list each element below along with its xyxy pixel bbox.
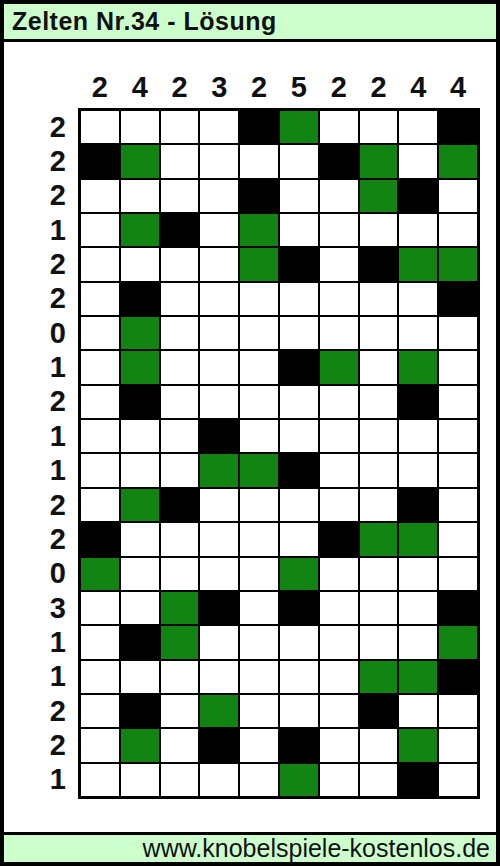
cell-r10c1-empty xyxy=(80,419,120,453)
cell-r14c10-empty xyxy=(438,557,478,591)
cell-r15c3-tree xyxy=(160,591,200,625)
row-clue-17: 1 xyxy=(22,660,66,694)
cell-r19c1-empty xyxy=(80,728,120,762)
footer-bar: www.knobelspiele-kostenlos.de xyxy=(4,832,496,862)
row-clue-18: 2 xyxy=(22,694,66,728)
cell-r11c10-empty xyxy=(438,453,478,487)
page-title: Zelten Nr.34 - Lösung xyxy=(12,7,277,36)
cell-r14c7-empty xyxy=(319,557,359,591)
col-clue-5: 2 xyxy=(239,68,279,106)
cell-r15c2-empty xyxy=(120,591,160,625)
cell-r14c3-empty xyxy=(160,557,200,591)
cell-r7c3-empty xyxy=(160,316,200,350)
cell-r11c4-tree xyxy=(199,453,239,487)
row-clue-11: 1 xyxy=(22,453,66,487)
cell-r4c10-empty xyxy=(438,213,478,247)
cell-r8c2-tree xyxy=(120,350,160,384)
cell-r19c7-empty xyxy=(319,728,359,762)
cell-r15c6-tent xyxy=(279,591,319,625)
cell-r6c7-empty xyxy=(319,282,359,316)
row-clue-9: 2 xyxy=(22,385,66,419)
cell-r1c7-empty xyxy=(319,110,359,144)
cell-r3c3-empty xyxy=(160,179,200,213)
cell-r4c7-empty xyxy=(319,213,359,247)
cell-r13c7-tent xyxy=(319,522,359,556)
cell-r4c8-empty xyxy=(359,213,399,247)
col-clue-9: 4 xyxy=(398,68,438,106)
row-clue-19: 2 xyxy=(22,728,66,762)
col-clue-1: 2 xyxy=(80,68,120,106)
cell-r11c9-empty xyxy=(398,453,438,487)
cell-r4c9-empty xyxy=(398,213,438,247)
cell-r6c1-empty xyxy=(80,282,120,316)
cell-r2c9-empty xyxy=(398,144,438,178)
cell-r1c6-tree xyxy=(279,110,319,144)
cell-r19c3-empty xyxy=(160,728,200,762)
tents-board xyxy=(78,108,480,799)
cell-r19c4-tent xyxy=(199,728,239,762)
cell-r4c5-tree xyxy=(239,213,279,247)
cell-r10c9-empty xyxy=(398,419,438,453)
cell-r10c6-empty xyxy=(279,419,319,453)
cell-r18c4-tree xyxy=(199,694,239,728)
cell-r13c3-empty xyxy=(160,522,200,556)
cell-r20c7-empty xyxy=(319,763,359,797)
cell-r14c5-empty xyxy=(239,557,279,591)
cell-r13c9-tree xyxy=(398,522,438,556)
cell-r14c9-empty xyxy=(398,557,438,591)
cell-r5c1-empty xyxy=(80,247,120,281)
cell-r7c10-empty xyxy=(438,316,478,350)
cell-r8c1-empty xyxy=(80,350,120,384)
cell-r16c7-empty xyxy=(319,625,359,659)
col-clue-8: 2 xyxy=(359,68,399,106)
cell-r6c9-empty xyxy=(398,282,438,316)
cell-r18c5-empty xyxy=(239,694,279,728)
cell-r9c3-empty xyxy=(160,385,200,419)
col-clue-3: 2 xyxy=(160,68,200,106)
cell-r9c2-tent xyxy=(120,385,160,419)
cell-r16c2-tent xyxy=(120,625,160,659)
cell-r11c1-empty xyxy=(80,453,120,487)
cell-r19c6-tent xyxy=(279,728,319,762)
cell-r15c5-empty xyxy=(239,591,279,625)
cell-r11c6-tent xyxy=(279,453,319,487)
cell-r16c6-empty xyxy=(279,625,319,659)
cell-r8c3-empty xyxy=(160,350,200,384)
cell-r13c6-empty xyxy=(279,522,319,556)
website-url: www.knobelspiele-kostenlos.de xyxy=(143,834,490,863)
cell-r7c7-empty xyxy=(319,316,359,350)
cell-r5c9-tree xyxy=(398,247,438,281)
cell-r16c1-empty xyxy=(80,625,120,659)
cell-r5c10-tree xyxy=(438,247,478,281)
cell-r16c8-empty xyxy=(359,625,399,659)
cell-r2c4-empty xyxy=(199,144,239,178)
cell-r3c1-empty xyxy=(80,179,120,213)
cell-r13c2-empty xyxy=(120,522,160,556)
cell-r8c5-empty xyxy=(239,350,279,384)
cell-r5c7-empty xyxy=(319,247,359,281)
cell-r20c4-empty xyxy=(199,763,239,797)
cell-r16c5-empty xyxy=(239,625,279,659)
cell-r18c3-empty xyxy=(160,694,200,728)
cell-r17c8-tree xyxy=(359,660,399,694)
cell-r16c4-empty xyxy=(199,625,239,659)
cell-r17c10-tent xyxy=(438,660,478,694)
cell-r18c8-tent xyxy=(359,694,399,728)
cell-r7c9-empty xyxy=(398,316,438,350)
cell-r14c8-empty xyxy=(359,557,399,591)
cell-r2c7-tent xyxy=(319,144,359,178)
cell-r8c10-empty xyxy=(438,350,478,384)
cell-r20c5-empty xyxy=(239,763,279,797)
row-clue-4: 1 xyxy=(22,213,66,247)
row-clue-16: 1 xyxy=(22,625,66,659)
cell-r8c7-tree xyxy=(319,350,359,384)
cell-r11c5-tree xyxy=(239,453,279,487)
cell-r20c1-empty xyxy=(80,763,120,797)
cell-r15c7-empty xyxy=(319,591,359,625)
row-clue-12: 2 xyxy=(22,488,66,522)
cell-r9c6-empty xyxy=(279,385,319,419)
cell-r18c6-empty xyxy=(279,694,319,728)
cell-r10c10-empty xyxy=(438,419,478,453)
cell-r7c2-tree xyxy=(120,316,160,350)
cell-r10c4-tent xyxy=(199,419,239,453)
cell-r6c4-empty xyxy=(199,282,239,316)
cell-r1c10-tent xyxy=(438,110,478,144)
cell-r3c10-empty xyxy=(438,179,478,213)
cell-r2c1-tent xyxy=(80,144,120,178)
cell-r14c2-empty xyxy=(120,557,160,591)
cell-r9c5-empty xyxy=(239,385,279,419)
cell-r2c3-empty xyxy=(160,144,200,178)
cell-r17c1-empty xyxy=(80,660,120,694)
cell-r2c2-tree xyxy=(120,144,160,178)
row-clue-13: 2 xyxy=(22,522,66,556)
cell-r10c3-empty xyxy=(160,419,200,453)
row-clue-6: 2 xyxy=(22,282,66,316)
cell-r4c1-empty xyxy=(80,213,120,247)
cell-r13c10-empty xyxy=(438,522,478,556)
cell-r19c2-tree xyxy=(120,728,160,762)
cell-r14c4-empty xyxy=(199,557,239,591)
row-clue-1: 2 xyxy=(22,110,66,144)
cell-r5c6-tent xyxy=(279,247,319,281)
cell-r6c2-tent xyxy=(120,282,160,316)
title-bar: Zelten Nr.34 - Lösung xyxy=(4,4,496,42)
cell-r4c3-tent xyxy=(160,213,200,247)
cell-r9c9-tent xyxy=(398,385,438,419)
cell-r3c6-empty xyxy=(279,179,319,213)
cell-r8c8-empty xyxy=(359,350,399,384)
row-clue-5: 2 xyxy=(22,247,66,281)
cell-r17c2-empty xyxy=(120,660,160,694)
cell-r15c4-tent xyxy=(199,591,239,625)
cell-r7c4-empty xyxy=(199,316,239,350)
cell-r12c2-tree xyxy=(120,488,160,522)
cell-r13c8-tree xyxy=(359,522,399,556)
cell-r2c8-tree xyxy=(359,144,399,178)
cell-r12c4-empty xyxy=(199,488,239,522)
column-clues: 2423252244 xyxy=(80,68,478,106)
cell-r5c3-empty xyxy=(160,247,200,281)
row-clue-8: 1 xyxy=(22,350,66,384)
cell-r9c10-empty xyxy=(438,385,478,419)
cell-r12c1-empty xyxy=(80,488,120,522)
col-clue-10: 4 xyxy=(438,68,478,106)
cell-r3c5-tent xyxy=(239,179,279,213)
cell-r18c9-empty xyxy=(398,694,438,728)
cell-r4c2-tree xyxy=(120,213,160,247)
cell-r17c4-empty xyxy=(199,660,239,694)
cell-r1c1-empty xyxy=(80,110,120,144)
cell-r15c1-empty xyxy=(80,591,120,625)
row-clues: 22212201211220311221 xyxy=(22,110,66,797)
cell-r11c3-empty xyxy=(160,453,200,487)
cell-r11c7-empty xyxy=(319,453,359,487)
cell-r12c6-empty xyxy=(279,488,319,522)
cell-r16c3-tree xyxy=(160,625,200,659)
cell-r15c10-tent xyxy=(438,591,478,625)
row-clue-20: 1 xyxy=(22,763,66,797)
cell-r18c10-empty xyxy=(438,694,478,728)
cell-r15c9-empty xyxy=(398,591,438,625)
cell-r20c9-tent xyxy=(398,763,438,797)
cell-r19c5-empty xyxy=(239,728,279,762)
cell-r13c4-empty xyxy=(199,522,239,556)
cell-r17c6-empty xyxy=(279,660,319,694)
cell-r16c10-tree xyxy=(438,625,478,659)
row-clue-10: 1 xyxy=(22,419,66,453)
cell-r6c8-empty xyxy=(359,282,399,316)
cell-r14c6-tree xyxy=(279,557,319,591)
cell-r20c10-empty xyxy=(438,763,478,797)
cell-r9c8-empty xyxy=(359,385,399,419)
cell-r1c8-empty xyxy=(359,110,399,144)
cell-r12c7-empty xyxy=(319,488,359,522)
col-clue-4: 3 xyxy=(199,68,239,106)
cell-r18c2-tent xyxy=(120,694,160,728)
cell-r11c8-empty xyxy=(359,453,399,487)
cell-r3c8-tree xyxy=(359,179,399,213)
cell-r3c4-empty xyxy=(199,179,239,213)
cell-r12c3-tent xyxy=(160,488,200,522)
col-clue-2: 4 xyxy=(120,68,160,106)
cell-r20c6-tree xyxy=(279,763,319,797)
cell-r2c10-tree xyxy=(438,144,478,178)
row-clue-15: 3 xyxy=(22,591,66,625)
cell-r17c5-empty xyxy=(239,660,279,694)
cell-r11c2-empty xyxy=(120,453,160,487)
cell-r13c1-tent xyxy=(80,522,120,556)
cell-r8c9-tree xyxy=(398,350,438,384)
row-clue-14: 0 xyxy=(22,557,66,591)
row-clue-3: 2 xyxy=(22,179,66,213)
cell-r17c7-empty xyxy=(319,660,359,694)
cell-r7c8-empty xyxy=(359,316,399,350)
puzzle-page: Zelten Nr.34 - Lösung 2423252244 2221220… xyxy=(0,0,500,866)
cell-r3c7-empty xyxy=(319,179,359,213)
cell-r18c1-empty xyxy=(80,694,120,728)
cell-r7c5-empty xyxy=(239,316,279,350)
cell-r5c8-tent xyxy=(359,247,399,281)
cell-r18c7-empty xyxy=(319,694,359,728)
cell-r9c7-empty xyxy=(319,385,359,419)
cell-r12c9-tent xyxy=(398,488,438,522)
cell-r20c2-empty xyxy=(120,763,160,797)
cell-r1c3-empty xyxy=(160,110,200,144)
cell-r3c2-empty xyxy=(120,179,160,213)
cell-r1c5-tent xyxy=(239,110,279,144)
cell-r1c2-empty xyxy=(120,110,160,144)
cell-r4c4-empty xyxy=(199,213,239,247)
cell-r5c2-empty xyxy=(120,247,160,281)
cell-r3c9-tent xyxy=(398,179,438,213)
cell-r6c10-tent xyxy=(438,282,478,316)
cell-r8c6-tent xyxy=(279,350,319,384)
cell-r2c5-empty xyxy=(239,144,279,178)
col-clue-6: 5 xyxy=(279,68,319,106)
cell-r17c3-empty xyxy=(160,660,200,694)
cell-r19c8-empty xyxy=(359,728,399,762)
cell-r5c4-empty xyxy=(199,247,239,281)
cell-r20c3-empty xyxy=(160,763,200,797)
cell-r1c9-empty xyxy=(398,110,438,144)
cell-r9c1-empty xyxy=(80,385,120,419)
cell-r8c4-empty xyxy=(199,350,239,384)
cell-r16c9-empty xyxy=(398,625,438,659)
cell-r6c5-empty xyxy=(239,282,279,316)
cell-r12c8-empty xyxy=(359,488,399,522)
col-clue-7: 2 xyxy=(319,68,359,106)
cell-r4c6-empty xyxy=(279,213,319,247)
cell-r7c6-empty xyxy=(279,316,319,350)
cell-r20c8-empty xyxy=(359,763,399,797)
cell-r19c9-tree xyxy=(398,728,438,762)
cell-r5c5-tree xyxy=(239,247,279,281)
cell-r10c5-empty xyxy=(239,419,279,453)
row-clue-7: 0 xyxy=(22,316,66,350)
cell-r9c4-empty xyxy=(199,385,239,419)
cell-r12c10-empty xyxy=(438,488,478,522)
cell-r14c1-tree xyxy=(80,557,120,591)
cell-r7c1-empty xyxy=(80,316,120,350)
cell-r10c8-empty xyxy=(359,419,399,453)
cell-r17c9-tree xyxy=(398,660,438,694)
cell-r6c6-empty xyxy=(279,282,319,316)
cell-r2c6-empty xyxy=(279,144,319,178)
cell-r15c8-empty xyxy=(359,591,399,625)
cell-r13c5-empty xyxy=(239,522,279,556)
row-clue-2: 2 xyxy=(22,144,66,178)
cell-r19c10-empty xyxy=(438,728,478,762)
cell-r12c5-empty xyxy=(239,488,279,522)
cell-r10c2-empty xyxy=(120,419,160,453)
cell-r10c7-empty xyxy=(319,419,359,453)
cell-r6c3-empty xyxy=(160,282,200,316)
cell-r1c4-empty xyxy=(199,110,239,144)
